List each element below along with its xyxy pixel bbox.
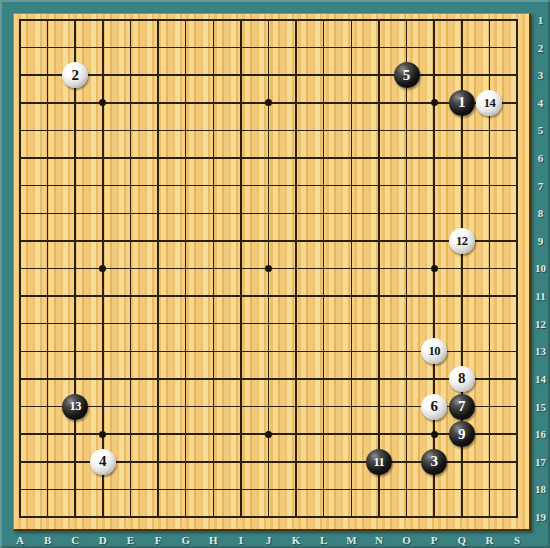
row-label: 15 bbox=[535, 401, 546, 413]
star-point bbox=[265, 99, 272, 106]
row-label: 14 bbox=[535, 373, 546, 385]
stone-move-number: 14 bbox=[484, 97, 496, 110]
stone-move-number: 3 bbox=[430, 454, 438, 469]
row-label: 4 bbox=[538, 97, 544, 109]
row-label: 7 bbox=[538, 180, 544, 192]
grid-line-vertical bbox=[406, 19, 408, 518]
stone-black-11: 11 bbox=[366, 449, 392, 475]
row-label: 19 bbox=[535, 511, 546, 523]
column-label: O bbox=[402, 534, 411, 546]
stone-move-number: 4 bbox=[99, 454, 107, 469]
board-overlay: 1234567891011121314ABCDEFGHIJKLMNOPQRS12… bbox=[0, 0, 550, 548]
row-label: 2 bbox=[538, 42, 544, 54]
column-label: D bbox=[99, 534, 107, 546]
row-label: 5 bbox=[538, 124, 544, 136]
column-label: S bbox=[514, 534, 520, 546]
stone-white-6: 6 bbox=[421, 394, 447, 420]
stone-black-3: 3 bbox=[421, 449, 447, 475]
stone-move-number: 2 bbox=[71, 68, 79, 83]
star-point bbox=[265, 431, 272, 438]
column-label: E bbox=[127, 534, 134, 546]
column-label: C bbox=[71, 534, 79, 546]
star-point bbox=[431, 99, 438, 106]
grid-line-vertical bbox=[351, 19, 353, 518]
column-label: P bbox=[431, 534, 438, 546]
stone-black-5: 5 bbox=[394, 62, 420, 88]
grid-line-horizontal bbox=[19, 295, 518, 297]
column-label: Q bbox=[457, 534, 466, 546]
row-label: 3 bbox=[538, 69, 544, 81]
row-label: 6 bbox=[538, 152, 544, 164]
row-label: 13 bbox=[535, 345, 546, 357]
stone-move-number: 11 bbox=[374, 456, 385, 469]
star-point bbox=[99, 265, 106, 272]
column-label: R bbox=[485, 534, 493, 546]
grid-line-vertical bbox=[295, 19, 297, 518]
stone-move-number: 12 bbox=[456, 235, 468, 248]
column-label: B bbox=[44, 534, 51, 546]
row-label: 1 bbox=[538, 14, 544, 26]
star-point bbox=[99, 431, 106, 438]
column-label: F bbox=[155, 534, 162, 546]
star-point bbox=[431, 431, 438, 438]
row-label: 11 bbox=[535, 290, 545, 302]
go-board-frame: 1234567891011121314ABCDEFGHIJKLMNOPQRS12… bbox=[0, 0, 550, 548]
column-label: A bbox=[16, 534, 24, 546]
stone-move-number: 8 bbox=[458, 371, 466, 386]
star-point bbox=[99, 99, 106, 106]
stone-black-1: 1 bbox=[449, 90, 475, 116]
star-point bbox=[265, 265, 272, 272]
row-label: 16 bbox=[535, 428, 546, 440]
stone-move-number: 7 bbox=[458, 399, 466, 414]
stone-move-number: 5 bbox=[403, 68, 411, 83]
column-label: I bbox=[239, 534, 243, 546]
stone-black-9: 9 bbox=[449, 421, 475, 447]
stone-black-7: 7 bbox=[449, 394, 475, 420]
stone-white-10: 10 bbox=[421, 338, 447, 364]
stone-white-12: 12 bbox=[449, 228, 475, 254]
stone-move-number: 6 bbox=[430, 399, 438, 414]
stone-white-2: 2 bbox=[62, 62, 88, 88]
star-point bbox=[431, 265, 438, 272]
grid-line-horizontal bbox=[19, 378, 518, 380]
column-label: H bbox=[209, 534, 218, 546]
row-label: 17 bbox=[535, 456, 546, 468]
row-label: 9 bbox=[538, 235, 544, 247]
column-label: L bbox=[320, 534, 327, 546]
stone-move-number: 1 bbox=[458, 95, 466, 110]
stone-white-8: 8 bbox=[449, 366, 475, 392]
stone-move-number: 9 bbox=[458, 427, 466, 442]
column-label: J bbox=[266, 534, 272, 546]
stone-white-4: 4 bbox=[90, 449, 116, 475]
column-label: K bbox=[292, 534, 301, 546]
stone-move-number: 10 bbox=[428, 345, 440, 358]
stone-black-13: 13 bbox=[62, 394, 88, 420]
column-label: N bbox=[375, 534, 383, 546]
column-label: G bbox=[181, 534, 190, 546]
grid-line-horizontal bbox=[19, 323, 518, 325]
grid-line-vertical bbox=[516, 19, 518, 518]
grid-line-horizontal bbox=[19, 489, 518, 491]
row-label: 10 bbox=[535, 262, 546, 274]
row-label: 8 bbox=[538, 207, 544, 219]
stone-move-number: 13 bbox=[69, 400, 81, 413]
column-label: M bbox=[346, 534, 356, 546]
grid-line-vertical bbox=[323, 19, 325, 518]
row-label: 12 bbox=[535, 318, 546, 330]
grid-line-horizontal bbox=[19, 516, 518, 518]
grid-line-vertical bbox=[378, 19, 380, 518]
row-label: 18 bbox=[535, 483, 546, 495]
stone-white-14: 14 bbox=[476, 90, 502, 116]
